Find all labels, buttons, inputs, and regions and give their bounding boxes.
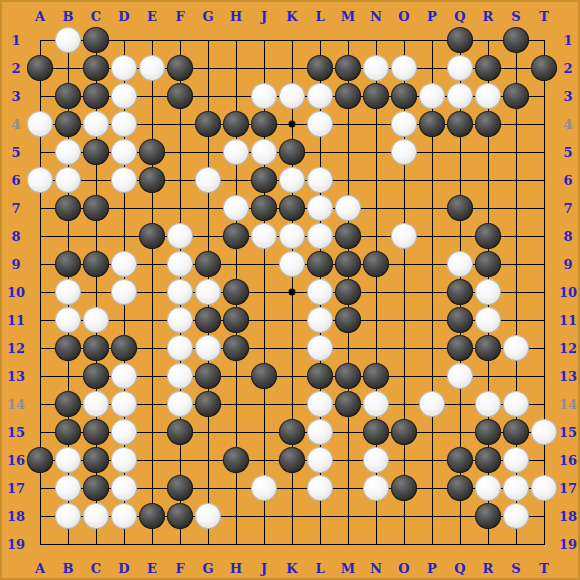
intersection-T19[interactable] bbox=[530, 530, 558, 558]
intersection-A1[interactable] bbox=[26, 26, 54, 54]
row-label-right-2: 2 bbox=[563, 62, 572, 75]
column-label-top-L: L bbox=[315, 10, 324, 23]
intersection-O18[interactable] bbox=[390, 502, 418, 530]
intersection-F5[interactable] bbox=[166, 138, 194, 166]
intersection-E16[interactable] bbox=[138, 446, 166, 474]
intersection-R5[interactable] bbox=[474, 138, 502, 166]
intersection-S5[interactable] bbox=[502, 138, 530, 166]
intersection-T3[interactable] bbox=[530, 82, 558, 110]
black-stone-K16 bbox=[279, 447, 305, 473]
intersection-S7[interactable] bbox=[502, 194, 530, 222]
intersection-Q8[interactable] bbox=[446, 222, 474, 250]
black-stone-B12 bbox=[55, 335, 81, 361]
intersection-K13[interactable] bbox=[278, 362, 306, 390]
intersection-T5[interactable] bbox=[530, 138, 558, 166]
intersection-P12[interactable] bbox=[418, 334, 446, 362]
intersection-T12[interactable] bbox=[530, 334, 558, 362]
white-stone-B6 bbox=[55, 167, 81, 193]
black-stone-K5 bbox=[279, 139, 305, 165]
row-label-left-2: 2 bbox=[11, 62, 20, 75]
intersection-E9[interactable] bbox=[138, 250, 166, 278]
intersection-P11[interactable] bbox=[418, 306, 446, 334]
intersection-O19[interactable] bbox=[390, 530, 418, 558]
intersection-P18[interactable] bbox=[418, 502, 446, 530]
intersection-P5[interactable] bbox=[418, 138, 446, 166]
intersection-T9[interactable] bbox=[530, 250, 558, 278]
intersection-M4[interactable] bbox=[334, 110, 362, 138]
black-stone-E18 bbox=[139, 503, 165, 529]
intersection-J9[interactable] bbox=[250, 250, 278, 278]
white-stone-G10 bbox=[195, 279, 221, 305]
intersection-G2[interactable] bbox=[194, 54, 222, 82]
black-stone-F17 bbox=[167, 475, 193, 501]
black-stone-L9 bbox=[307, 251, 333, 277]
intersection-Q19[interactable] bbox=[446, 530, 474, 558]
white-stone-G18 bbox=[195, 503, 221, 529]
intersection-J12[interactable] bbox=[250, 334, 278, 362]
intersection-J18[interactable] bbox=[250, 502, 278, 530]
intersection-M18[interactable] bbox=[334, 502, 362, 530]
intersection-H15[interactable] bbox=[222, 418, 250, 446]
intersection-H3[interactable] bbox=[222, 82, 250, 110]
white-stone-L14 bbox=[307, 391, 333, 417]
intersection-E10[interactable] bbox=[138, 278, 166, 306]
black-stone-G9 bbox=[195, 251, 221, 277]
white-stone-J5 bbox=[251, 139, 277, 165]
black-stone-R8 bbox=[475, 223, 501, 249]
intersection-M1[interactable] bbox=[334, 26, 362, 54]
intersection-T13[interactable] bbox=[530, 362, 558, 390]
intersection-B13[interactable] bbox=[54, 362, 82, 390]
row-label-left-18: 18 bbox=[7, 510, 25, 523]
intersection-S9[interactable] bbox=[502, 250, 530, 278]
intersection-N4[interactable] bbox=[362, 110, 390, 138]
intersection-L19[interactable] bbox=[306, 530, 334, 558]
intersection-M19[interactable] bbox=[334, 530, 362, 558]
intersection-F6[interactable] bbox=[166, 166, 194, 194]
row-label-right-10: 10 bbox=[559, 286, 577, 299]
black-stone-C5 bbox=[83, 139, 109, 165]
intersection-F16[interactable] bbox=[166, 446, 194, 474]
intersection-O6[interactable] bbox=[390, 166, 418, 194]
intersection-Q6[interactable] bbox=[446, 166, 474, 194]
white-stone-D17 bbox=[111, 475, 137, 501]
intersection-N19[interactable] bbox=[362, 530, 390, 558]
white-stone-F9 bbox=[167, 251, 193, 277]
intersection-A7[interactable] bbox=[26, 194, 54, 222]
intersection-E12[interactable] bbox=[138, 334, 166, 362]
intersection-T7[interactable] bbox=[530, 194, 558, 222]
column-label-top-F: F bbox=[175, 10, 184, 23]
column-label-top-S: S bbox=[511, 10, 520, 23]
column-label-bottom-S: S bbox=[511, 562, 520, 575]
intersection-J15[interactable] bbox=[250, 418, 278, 446]
intersection-F19[interactable] bbox=[166, 530, 194, 558]
intersection-G1[interactable] bbox=[194, 26, 222, 54]
intersection-M17[interactable] bbox=[334, 474, 362, 502]
intersection-O7[interactable] bbox=[390, 194, 418, 222]
row-label-left-9: 9 bbox=[11, 258, 20, 271]
intersection-E17[interactable] bbox=[138, 474, 166, 502]
black-stone-N15 bbox=[363, 419, 389, 445]
intersection-R19[interactable] bbox=[474, 530, 502, 558]
white-stone-B16 bbox=[55, 447, 81, 473]
black-stone-C16 bbox=[83, 447, 109, 473]
intersection-O10[interactable] bbox=[390, 278, 418, 306]
row-label-left-10: 10 bbox=[7, 286, 25, 299]
intersection-T18[interactable] bbox=[530, 502, 558, 530]
intersection-R7[interactable] bbox=[474, 194, 502, 222]
intersection-K19[interactable] bbox=[278, 530, 306, 558]
intersection-N8[interactable] bbox=[362, 222, 390, 250]
intersection-B8[interactable] bbox=[54, 222, 82, 250]
black-stone-E5 bbox=[139, 139, 165, 165]
intersection-J16[interactable] bbox=[250, 446, 278, 474]
intersection-K17[interactable] bbox=[278, 474, 306, 502]
black-stone-C17 bbox=[83, 475, 109, 501]
column-label-top-P: P bbox=[427, 10, 437, 23]
intersection-N10[interactable] bbox=[362, 278, 390, 306]
intersection-K18[interactable] bbox=[278, 502, 306, 530]
white-stone-D18 bbox=[111, 503, 137, 529]
intersection-T10[interactable] bbox=[530, 278, 558, 306]
white-stone-G6 bbox=[195, 167, 221, 193]
black-stone-Q1 bbox=[447, 27, 473, 53]
intersection-K14[interactable] bbox=[278, 390, 306, 418]
intersection-H17[interactable] bbox=[222, 474, 250, 502]
row-label-right-18: 18 bbox=[559, 510, 577, 523]
intersection-M16[interactable] bbox=[334, 446, 362, 474]
row-label-right-11: 11 bbox=[559, 314, 577, 327]
intersection-H18[interactable] bbox=[222, 502, 250, 530]
intersection-T4[interactable] bbox=[530, 110, 558, 138]
black-stone-Q4 bbox=[447, 111, 473, 137]
intersection-F1[interactable] bbox=[166, 26, 194, 54]
intersection-C6[interactable] bbox=[82, 166, 110, 194]
white-stone-D16 bbox=[111, 447, 137, 473]
white-stone-K3 bbox=[279, 83, 305, 109]
intersection-D8[interactable] bbox=[110, 222, 138, 250]
intersection-P2[interactable] bbox=[418, 54, 446, 82]
row-label-right-19: 19 bbox=[559, 538, 577, 551]
column-label-bottom-B: B bbox=[63, 562, 74, 575]
black-stone-K7 bbox=[279, 195, 305, 221]
intersection-Q5[interactable] bbox=[446, 138, 474, 166]
white-stone-J8 bbox=[251, 223, 277, 249]
column-label-bottom-P: P bbox=[427, 562, 437, 575]
intersection-E13[interactable] bbox=[138, 362, 166, 390]
intersection-G8[interactable] bbox=[194, 222, 222, 250]
intersection-P17[interactable] bbox=[418, 474, 446, 502]
white-stone-J3 bbox=[251, 83, 277, 109]
intersection-P16[interactable] bbox=[418, 446, 446, 474]
white-stone-K6 bbox=[279, 167, 305, 193]
intersection-R6[interactable] bbox=[474, 166, 502, 194]
intersection-S10[interactable] bbox=[502, 278, 530, 306]
intersection-K2[interactable] bbox=[278, 54, 306, 82]
intersection-Q15[interactable] bbox=[446, 418, 474, 446]
intersection-K1[interactable] bbox=[278, 26, 306, 54]
black-stone-M11 bbox=[335, 307, 361, 333]
white-stone-P3 bbox=[419, 83, 445, 109]
white-stone-O5 bbox=[391, 139, 417, 165]
row-label-right-6: 6 bbox=[563, 174, 572, 187]
intersection-A9[interactable] bbox=[26, 250, 54, 278]
intersection-H14[interactable] bbox=[222, 390, 250, 418]
intersection-J2[interactable] bbox=[250, 54, 278, 82]
column-label-top-C: C bbox=[91, 10, 101, 23]
white-stone-S12 bbox=[503, 335, 529, 361]
white-stone-L11 bbox=[307, 307, 333, 333]
intersection-N6[interactable] bbox=[362, 166, 390, 194]
black-stone-C15 bbox=[83, 419, 109, 445]
intersection-T1[interactable] bbox=[530, 26, 558, 54]
intersection-T11[interactable] bbox=[530, 306, 558, 334]
intersection-H6[interactable] bbox=[222, 166, 250, 194]
white-stone-L3 bbox=[307, 83, 333, 109]
intersection-T14[interactable] bbox=[530, 390, 558, 418]
white-stone-H7 bbox=[223, 195, 249, 221]
intersection-N1[interactable] bbox=[362, 26, 390, 54]
black-stone-H10 bbox=[223, 279, 249, 305]
intersection-A15[interactable] bbox=[26, 418, 54, 446]
intersection-H2[interactable] bbox=[222, 54, 250, 82]
intersection-A13[interactable] bbox=[26, 362, 54, 390]
white-stone-B18 bbox=[55, 503, 81, 529]
intersection-N11[interactable] bbox=[362, 306, 390, 334]
intersection-G7[interactable] bbox=[194, 194, 222, 222]
white-stone-F10 bbox=[167, 279, 193, 305]
intersection-P1[interactable] bbox=[418, 26, 446, 54]
intersection-T16[interactable] bbox=[530, 446, 558, 474]
intersection-O1[interactable] bbox=[390, 26, 418, 54]
intersection-J10[interactable] bbox=[250, 278, 278, 306]
intersection-N12[interactable] bbox=[362, 334, 390, 362]
intersection-J11[interactable] bbox=[250, 306, 278, 334]
column-label-bottom-G: G bbox=[202, 562, 213, 575]
black-stone-C1 bbox=[83, 27, 109, 53]
black-stone-G14 bbox=[195, 391, 221, 417]
intersection-E4[interactable] bbox=[138, 110, 166, 138]
black-stone-N9 bbox=[363, 251, 389, 277]
black-stone-A2 bbox=[27, 55, 53, 81]
black-stone-B15 bbox=[55, 419, 81, 445]
intersection-C8[interactable] bbox=[82, 222, 110, 250]
intersection-K12[interactable] bbox=[278, 334, 306, 362]
column-label-bottom-J: J bbox=[261, 562, 267, 575]
intersection-G15[interactable] bbox=[194, 418, 222, 446]
black-stone-R16 bbox=[475, 447, 501, 473]
intersection-A19[interactable] bbox=[26, 530, 54, 558]
intersection-C10[interactable] bbox=[82, 278, 110, 306]
intersection-E1[interactable] bbox=[138, 26, 166, 54]
intersection-D7[interactable] bbox=[110, 194, 138, 222]
intersection-D1[interactable] bbox=[110, 26, 138, 54]
white-stone-R11 bbox=[475, 307, 501, 333]
intersection-T8[interactable] bbox=[530, 222, 558, 250]
intersection-P19[interactable] bbox=[418, 530, 446, 558]
intersection-Q14[interactable] bbox=[446, 390, 474, 418]
intersection-N18[interactable] bbox=[362, 502, 390, 530]
intersection-O11[interactable] bbox=[390, 306, 418, 334]
black-stone-N13 bbox=[363, 363, 389, 389]
white-stone-R10 bbox=[475, 279, 501, 305]
black-stone-O17 bbox=[391, 475, 417, 501]
white-stone-T17 bbox=[531, 475, 557, 501]
intersection-F7[interactable] bbox=[166, 194, 194, 222]
intersection-N7[interactable] bbox=[362, 194, 390, 222]
black-stone-H11 bbox=[223, 307, 249, 333]
intersection-K11[interactable] bbox=[278, 306, 306, 334]
intersection-G5[interactable] bbox=[194, 138, 222, 166]
white-stone-R3 bbox=[475, 83, 501, 109]
intersection-D11[interactable] bbox=[110, 306, 138, 334]
white-stone-M7 bbox=[335, 195, 361, 221]
intersection-E19[interactable] bbox=[138, 530, 166, 558]
intersection-A5[interactable] bbox=[26, 138, 54, 166]
intersection-C19[interactable] bbox=[82, 530, 110, 558]
intersection-H13[interactable] bbox=[222, 362, 250, 390]
white-stone-B17 bbox=[55, 475, 81, 501]
intersection-O12[interactable] bbox=[390, 334, 418, 362]
black-stone-A16 bbox=[27, 447, 53, 473]
column-label-top-R: R bbox=[483, 10, 494, 23]
intersection-P9[interactable] bbox=[418, 250, 446, 278]
intersection-P15[interactable] bbox=[418, 418, 446, 446]
intersection-S6[interactable] bbox=[502, 166, 530, 194]
intersection-F4[interactable] bbox=[166, 110, 194, 138]
white-stone-F11 bbox=[167, 307, 193, 333]
white-stone-L17 bbox=[307, 475, 333, 501]
row-label-right-16: 16 bbox=[559, 454, 577, 467]
intersection-Q18[interactable] bbox=[446, 502, 474, 530]
intersection-G17[interactable] bbox=[194, 474, 222, 502]
black-stone-M13 bbox=[335, 363, 361, 389]
intersection-A18[interactable] bbox=[26, 502, 54, 530]
black-stone-J13 bbox=[251, 363, 277, 389]
intersection-R13[interactable] bbox=[474, 362, 502, 390]
intersection-M6[interactable] bbox=[334, 166, 362, 194]
white-stone-C11 bbox=[83, 307, 109, 333]
intersection-A10[interactable] bbox=[26, 278, 54, 306]
white-stone-L10 bbox=[307, 279, 333, 305]
intersection-D19[interactable] bbox=[110, 530, 138, 558]
intersection-S11[interactable] bbox=[502, 306, 530, 334]
white-stone-B11 bbox=[55, 307, 81, 333]
intersection-P8[interactable] bbox=[418, 222, 446, 250]
column-label-top-H: H bbox=[230, 10, 242, 23]
intersection-B2[interactable] bbox=[54, 54, 82, 82]
intersection-H19[interactable] bbox=[222, 530, 250, 558]
intersection-S2[interactable] bbox=[502, 54, 530, 82]
white-stone-L16 bbox=[307, 447, 333, 473]
intersection-A3[interactable] bbox=[26, 82, 54, 110]
black-stone-H12 bbox=[223, 335, 249, 361]
black-stone-R15 bbox=[475, 419, 501, 445]
intersection-G3[interactable] bbox=[194, 82, 222, 110]
intersection-K10[interactable] bbox=[278, 278, 306, 306]
black-stone-G13 bbox=[195, 363, 221, 389]
black-stone-E6 bbox=[139, 167, 165, 193]
intersection-A8[interactable] bbox=[26, 222, 54, 250]
white-stone-F12 bbox=[167, 335, 193, 361]
intersection-G16[interactable] bbox=[194, 446, 222, 474]
intersection-L5[interactable] bbox=[306, 138, 334, 166]
column-label-bottom-N: N bbox=[370, 562, 382, 575]
intersection-P13[interactable] bbox=[418, 362, 446, 390]
intersection-P6[interactable] bbox=[418, 166, 446, 194]
intersection-A12[interactable] bbox=[26, 334, 54, 362]
white-stone-K9 bbox=[279, 251, 305, 277]
black-stone-F2 bbox=[167, 55, 193, 81]
intersection-O13[interactable] bbox=[390, 362, 418, 390]
intersection-T6[interactable] bbox=[530, 166, 558, 194]
intersection-H9[interactable] bbox=[222, 250, 250, 278]
white-stone-J17 bbox=[251, 475, 277, 501]
intersection-L18[interactable] bbox=[306, 502, 334, 530]
intersection-O14[interactable] bbox=[390, 390, 418, 418]
intersection-J14[interactable] bbox=[250, 390, 278, 418]
intersection-J19[interactable] bbox=[250, 530, 278, 558]
white-stone-O2 bbox=[391, 55, 417, 81]
black-stone-R9 bbox=[475, 251, 501, 277]
white-stone-G12 bbox=[195, 335, 221, 361]
intersection-A14[interactable] bbox=[26, 390, 54, 418]
intersection-E15[interactable] bbox=[138, 418, 166, 446]
intersection-A11[interactable] bbox=[26, 306, 54, 334]
black-stone-Q17 bbox=[447, 475, 473, 501]
intersection-E11[interactable] bbox=[138, 306, 166, 334]
white-stone-L12 bbox=[307, 335, 333, 361]
black-stone-L2 bbox=[307, 55, 333, 81]
white-stone-N16 bbox=[363, 447, 389, 473]
white-stone-K8 bbox=[279, 223, 305, 249]
intersection-L1[interactable] bbox=[306, 26, 334, 54]
column-label-bottom-D: D bbox=[118, 562, 129, 575]
intersection-S4[interactable] bbox=[502, 110, 530, 138]
intersection-A17[interactable] bbox=[26, 474, 54, 502]
intersection-M15[interactable] bbox=[334, 418, 362, 446]
intersection-E3[interactable] bbox=[138, 82, 166, 110]
white-stone-D14 bbox=[111, 391, 137, 417]
intersection-E7[interactable] bbox=[138, 194, 166, 222]
intersection-S13[interactable] bbox=[502, 362, 530, 390]
intersection-J1[interactable] bbox=[250, 26, 278, 54]
intersection-R1[interactable] bbox=[474, 26, 502, 54]
intersection-G19[interactable] bbox=[194, 530, 222, 558]
intersection-H1[interactable] bbox=[222, 26, 250, 54]
column-label-top-G: G bbox=[202, 10, 213, 23]
intersection-K4[interactable] bbox=[278, 110, 306, 138]
row-label-right-14: 14 bbox=[559, 398, 577, 411]
intersection-B19[interactable] bbox=[54, 530, 82, 558]
intersection-O9[interactable] bbox=[390, 250, 418, 278]
intersection-S19[interactable] bbox=[502, 530, 530, 558]
intersection-N5[interactable] bbox=[362, 138, 390, 166]
intersection-O16[interactable] bbox=[390, 446, 418, 474]
black-stone-T2 bbox=[531, 55, 557, 81]
intersection-M12[interactable] bbox=[334, 334, 362, 362]
intersection-P7[interactable] bbox=[418, 194, 446, 222]
intersection-M5[interactable] bbox=[334, 138, 362, 166]
intersection-S8[interactable] bbox=[502, 222, 530, 250]
intersection-E14[interactable] bbox=[138, 390, 166, 418]
white-stone-P14 bbox=[419, 391, 445, 417]
intersection-P10[interactable] bbox=[418, 278, 446, 306]
white-stone-B5 bbox=[55, 139, 81, 165]
column-label-top-O: O bbox=[398, 10, 409, 23]
column-label-bottom-H: H bbox=[230, 562, 242, 575]
